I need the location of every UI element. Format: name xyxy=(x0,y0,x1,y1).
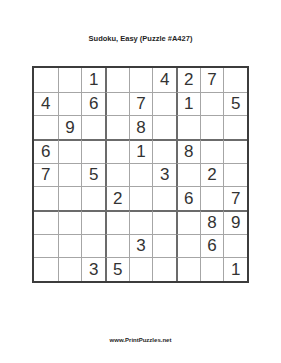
sudoku-cell-r7c3[interactable] xyxy=(81,210,105,234)
puzzle-title: Sudoku, Easy (Puzzle #A427) xyxy=(0,34,281,43)
sudoku-cell-r4c1[interactable]: 6 xyxy=(34,139,58,163)
sudoku-cell-r3c7[interactable] xyxy=(176,115,200,139)
sudoku-cell-r5c1[interactable]: 7 xyxy=(34,163,58,187)
sudoku-cell-r4c5[interactable]: 1 xyxy=(129,139,153,163)
sudoku-page: Sudoku, Easy (Puzzle #A427) 142746715986… xyxy=(0,0,281,363)
sudoku-cell-r9c1[interactable] xyxy=(34,257,58,281)
sudoku-cell-r9c2[interactable] xyxy=(58,257,82,281)
sudoku-cell-r2c8[interactable] xyxy=(200,92,224,116)
sudoku-cell-r2c9[interactable]: 5 xyxy=(223,92,247,116)
sudoku-cell-r6c6[interactable] xyxy=(152,186,176,210)
sudoku-board: 1427467159861875322678936351 xyxy=(32,66,249,283)
sudoku-cell-r7c8[interactable]: 8 xyxy=(200,210,224,234)
sudoku-cell-r8c8[interactable]: 6 xyxy=(200,234,224,258)
sudoku-cell-r9c8[interactable] xyxy=(200,257,224,281)
sudoku-cell-r1c3[interactable]: 1 xyxy=(81,68,105,92)
sudoku-cell-r5c2[interactable] xyxy=(58,163,82,187)
sudoku-cell-r3c4[interactable] xyxy=(105,115,129,139)
sudoku-cell-r8c5[interactable]: 3 xyxy=(129,234,153,258)
sudoku-cell-r5c3[interactable]: 5 xyxy=(81,163,105,187)
sudoku-cell-r2c3[interactable]: 6 xyxy=(81,92,105,116)
sudoku-cell-r3c3[interactable] xyxy=(81,115,105,139)
sudoku-cell-r9c9[interactable]: 1 xyxy=(223,257,247,281)
sudoku-cell-r5c7[interactable] xyxy=(176,163,200,187)
footer-site-url: www.PrintPuzzles.net xyxy=(0,337,281,343)
sudoku-cell-r2c1[interactable]: 4 xyxy=(34,92,58,116)
sudoku-cell-r8c4[interactable] xyxy=(105,234,129,258)
sudoku-cell-r7c4[interactable] xyxy=(105,210,129,234)
sudoku-cell-r6c4[interactable]: 2 xyxy=(105,186,129,210)
sudoku-cell-r8c2[interactable] xyxy=(58,234,82,258)
sudoku-cell-r9c5[interactable] xyxy=(129,257,153,281)
sudoku-cell-r4c8[interactable] xyxy=(200,139,224,163)
sudoku-cell-r3c5[interactable]: 8 xyxy=(129,115,153,139)
sudoku-cell-r8c9[interactable] xyxy=(223,234,247,258)
sudoku-cell-r6c9[interactable]: 7 xyxy=(223,186,247,210)
sudoku-cell-r5c5[interactable] xyxy=(129,163,153,187)
sudoku-cell-r7c6[interactable] xyxy=(152,210,176,234)
sudoku-cell-r4c3[interactable] xyxy=(81,139,105,163)
sudoku-cell-r4c2[interactable] xyxy=(58,139,82,163)
sudoku-cell-r1c2[interactable] xyxy=(58,68,82,92)
sudoku-cell-r9c7[interactable] xyxy=(176,257,200,281)
sudoku-cell-r3c8[interactable] xyxy=(200,115,224,139)
sudoku-cell-r9c4[interactable]: 5 xyxy=(105,257,129,281)
sudoku-cell-r6c8[interactable] xyxy=(200,186,224,210)
sudoku-cell-r2c2[interactable] xyxy=(58,92,82,116)
sudoku-cell-r1c1[interactable] xyxy=(34,68,58,92)
sudoku-cell-r2c5[interactable]: 7 xyxy=(129,92,153,116)
sudoku-cell-r8c1[interactable] xyxy=(34,234,58,258)
sudoku-cell-r1c8[interactable]: 7 xyxy=(200,68,224,92)
sudoku-cell-r7c1[interactable] xyxy=(34,210,58,234)
sudoku-cell-r3c2[interactable]: 9 xyxy=(58,115,82,139)
sudoku-cell-r3c9[interactable] xyxy=(223,115,247,139)
sudoku-cell-r2c4[interactable] xyxy=(105,92,129,116)
sudoku-cell-r5c8[interactable]: 2 xyxy=(200,163,224,187)
sudoku-cell-r7c9[interactable]: 9 xyxy=(223,210,247,234)
sudoku-cell-r7c5[interactable] xyxy=(129,210,153,234)
sudoku-cell-r6c1[interactable] xyxy=(34,186,58,210)
sudoku-cell-r5c9[interactable] xyxy=(223,163,247,187)
sudoku-cell-r5c6[interactable]: 3 xyxy=(152,163,176,187)
sudoku-cell-r7c2[interactable] xyxy=(58,210,82,234)
sudoku-cell-r3c6[interactable] xyxy=(152,115,176,139)
sudoku-cell-r6c3[interactable] xyxy=(81,186,105,210)
sudoku-cell-r2c7[interactable]: 1 xyxy=(176,92,200,116)
sudoku-cell-r1c9[interactable] xyxy=(223,68,247,92)
sudoku-cell-r5c4[interactable] xyxy=(105,163,129,187)
sudoku-cell-r7c7[interactable] xyxy=(176,210,200,234)
sudoku-cell-r1c6[interactable]: 4 xyxy=(152,68,176,92)
sudoku-cell-r9c6[interactable] xyxy=(152,257,176,281)
sudoku-cell-r4c4[interactable] xyxy=(105,139,129,163)
sudoku-cell-r3c1[interactable] xyxy=(34,115,58,139)
sudoku-cell-r1c4[interactable] xyxy=(105,68,129,92)
sudoku-cell-r6c2[interactable] xyxy=(58,186,82,210)
sudoku-cell-r4c9[interactable] xyxy=(223,139,247,163)
sudoku-cell-r8c3[interactable] xyxy=(81,234,105,258)
sudoku-cell-r6c5[interactable] xyxy=(129,186,153,210)
sudoku-cell-r8c6[interactable] xyxy=(152,234,176,258)
sudoku-cell-r9c3[interactable]: 3 xyxy=(81,257,105,281)
sudoku-cell-r1c7[interactable]: 2 xyxy=(176,68,200,92)
sudoku-cell-r6c7[interactable]: 6 xyxy=(176,186,200,210)
sudoku-cell-r4c6[interactable] xyxy=(152,139,176,163)
sudoku-cell-r8c7[interactable] xyxy=(176,234,200,258)
sudoku-cell-r2c6[interactable] xyxy=(152,92,176,116)
sudoku-cell-r1c5[interactable] xyxy=(129,68,153,92)
sudoku-cell-r4c7[interactable]: 8 xyxy=(176,139,200,163)
